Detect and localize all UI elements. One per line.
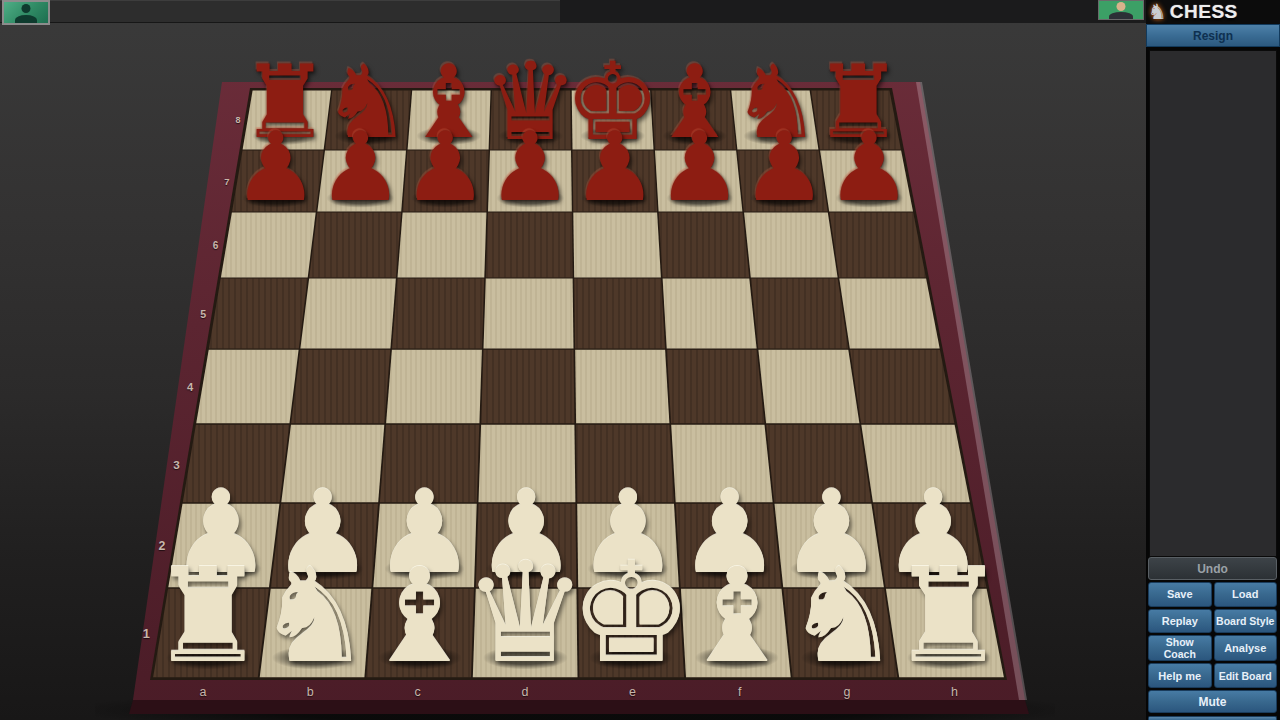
piece-red-pawn-a7[interactable]: ♟	[233, 119, 319, 215]
top-bar-right	[560, 0, 1146, 23]
load-button[interactable]: Load	[1214, 582, 1278, 607]
resign-button[interactable]: Resign	[1146, 24, 1280, 47]
rank-label-4: 4	[187, 381, 193, 393]
piece-red-pawn-f7[interactable]: ♟	[657, 119, 743, 215]
board-style-button[interactable]: Board Style	[1214, 609, 1278, 634]
knight-flame-logo-icon: ♞	[1148, 0, 1167, 24]
app-logo-text: CHESS	[1170, 1, 1238, 23]
rank-label-6: 6	[213, 240, 219, 251]
game-table-background: 87654321abcdefgh♜♞♝♛♚♝♞♜♟♟♟♟♟♟♟♟♟♟♟♟♟♟♟♟…	[0, 0, 1146, 720]
analyse-button[interactable]: Analyse	[1214, 635, 1278, 661]
piece-white-knight-b1[interactable]: ♞	[255, 551, 372, 681]
top-bar-left	[0, 0, 560, 23]
partial-button-bottom[interactable]	[1148, 716, 1277, 720]
rank-label-7: 7	[224, 176, 229, 187]
undo-button[interactable]: Undo	[1148, 557, 1277, 580]
piece-white-rook-h1[interactable]: ♜	[890, 551, 1007, 681]
piece-red-pawn-g7[interactable]: ♟	[741, 119, 827, 215]
red-player-avatar[interactable]	[1098, 0, 1144, 20]
save-button[interactable]: Save	[1148, 582, 1212, 607]
piece-white-knight-g1[interactable]: ♞	[784, 551, 901, 681]
help-me-button[interactable]: Help me	[1148, 663, 1212, 688]
edit-board-button[interactable]: Edit Board	[1214, 663, 1278, 688]
rank-label-5: 5	[200, 308, 206, 320]
avatar-silhouette-icon	[22, 4, 31, 13]
white-player-avatar[interactable]	[2, 0, 50, 25]
piece-red-pawn-e7[interactable]: ♟	[572, 119, 658, 215]
piece-red-pawn-c7[interactable]: ♟	[402, 119, 488, 215]
app-logo: ♞ CHESS	[1146, 0, 1280, 24]
piece-red-pawn-d7[interactable]: ♟	[487, 119, 573, 215]
piece-white-king-e1[interactable]: ♚	[569, 544, 693, 683]
replay-button[interactable]: Replay	[1148, 609, 1212, 634]
piece-white-bishop-f1[interactable]: ♝	[679, 551, 796, 681]
piece-white-rook-a1[interactable]: ♜	[150, 551, 267, 681]
mute-button[interactable]: Mute	[1148, 690, 1277, 713]
sidebar-button-grid: Save Load Replay Board Style Show Coach …	[1148, 582, 1277, 688]
avatar-photo-icon	[1117, 2, 1126, 11]
piece-white-bishop-c1[interactable]: ♝	[361, 551, 478, 681]
piece-red-pawn-h7[interactable]: ♟	[826, 119, 912, 215]
piece-red-pawn-b7[interactable]: ♟	[318, 119, 404, 215]
show-coach-button[interactable]: Show Coach	[1148, 635, 1212, 661]
move-list-panel[interactable]	[1149, 50, 1277, 557]
sidebar: ♞ CHESS Resign Undo Save Load Replay Boa…	[1146, 0, 1280, 720]
